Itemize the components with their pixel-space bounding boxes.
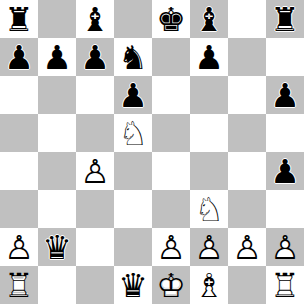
square-b8[interactable] (38, 0, 76, 38)
piece-black-rook-icon: ♜ (4, 3, 34, 36)
square-b6[interactable] (38, 76, 76, 114)
piece-white-rook-icon: ♜♖ (4, 269, 34, 302)
piece-white-pawn-icon: ♟♙ (80, 155, 110, 188)
piece-outline-layer: ♙ (4, 228, 34, 267)
square-a8[interactable]: ♜ (0, 0, 38, 38)
piece-outline-layer: ♙ (156, 228, 186, 267)
square-d8[interactable] (114, 0, 152, 38)
piece-black-pawn-icon: ♟ (118, 79, 148, 112)
square-d3[interactable] (114, 190, 152, 228)
square-g7[interactable] (228, 38, 266, 76)
square-a2[interactable]: ♟♙ (0, 228, 38, 266)
square-g4[interactable] (228, 152, 266, 190)
piece-black-king-icon: ♚ (156, 3, 186, 36)
square-f5[interactable] (190, 114, 228, 152)
square-f2[interactable]: ♟♙ (190, 228, 228, 266)
square-h1[interactable]: ♜♖ (266, 266, 304, 304)
square-e3[interactable] (152, 190, 190, 228)
piece-outline-layer: ♙ (80, 152, 110, 191)
piece-white-pawn-icon: ♟♙ (4, 231, 34, 264)
square-c4[interactable]: ♟♙ (76, 152, 114, 190)
piece-outline-layer: ♘ (118, 114, 148, 153)
square-g2[interactable]: ♟♙ (228, 228, 266, 266)
square-b7[interactable]: ♟ (38, 38, 76, 76)
square-h6[interactable]: ♟ (266, 76, 304, 114)
square-e6[interactable] (152, 76, 190, 114)
square-b3[interactable] (38, 190, 76, 228)
square-h3[interactable] (266, 190, 304, 228)
piece-white-pawn-icon: ♟♙ (232, 231, 262, 264)
piece-outline-layer: ♖ (4, 266, 34, 304)
square-h8[interactable]: ♜ (266, 0, 304, 38)
square-h2[interactable]: ♟♙ (266, 228, 304, 266)
square-c5[interactable] (76, 114, 114, 152)
square-e1[interactable]: ♚♔ (152, 266, 190, 304)
piece-black-rook-icon: ♜ (270, 3, 300, 36)
square-g8[interactable] (228, 0, 266, 38)
square-e8[interactable]: ♚ (152, 0, 190, 38)
square-b1[interactable] (38, 266, 76, 304)
piece-white-pawn-icon: ♟♙ (270, 231, 300, 264)
piece-black-pawn-icon: ♟ (270, 155, 300, 188)
piece-white-pawn-icon: ♟♙ (156, 231, 186, 264)
square-g1[interactable] (228, 266, 266, 304)
square-d6[interactable]: ♟ (114, 76, 152, 114)
piece-black-pawn-icon: ♟ (270, 79, 300, 112)
piece-outline-layer: ♙ (194, 228, 224, 267)
square-c1[interactable] (76, 266, 114, 304)
square-d1[interactable]: ♛ (114, 266, 152, 304)
piece-black-bishop-icon: ♝ (194, 3, 224, 36)
square-g3[interactable] (228, 190, 266, 228)
square-c7[interactable]: ♟ (76, 38, 114, 76)
piece-outline-layer: ♔ (156, 266, 186, 304)
piece-black-pawn-icon: ♟ (194, 41, 224, 74)
piece-black-bishop-icon: ♝ (80, 3, 110, 36)
piece-outline-layer: ♗ (194, 266, 224, 304)
piece-outline-layer: ♖ (270, 266, 300, 304)
square-c6[interactable] (76, 76, 114, 114)
square-f3[interactable]: ♞♘ (190, 190, 228, 228)
piece-outline-layer: ♘ (194, 190, 224, 229)
piece-black-pawn-icon: ♟ (4, 41, 34, 74)
square-a4[interactable] (0, 152, 38, 190)
square-a1[interactable]: ♜♖ (0, 266, 38, 304)
piece-white-rook-icon: ♜♖ (270, 269, 300, 302)
square-a3[interactable] (0, 190, 38, 228)
square-d7[interactable]: ♞ (114, 38, 152, 76)
square-h7[interactable] (266, 38, 304, 76)
square-a6[interactable] (0, 76, 38, 114)
piece-black-pawn-icon: ♟ (80, 41, 110, 74)
square-g5[interactable] (228, 114, 266, 152)
square-c2[interactable] (76, 228, 114, 266)
square-e7[interactable] (152, 38, 190, 76)
chess-board-wrapper: ♜♝♚♝♜♟♟♟♞♟♟♟♞♘♟♙♟♞♘♟♙♛♟♙♟♙♟♙♟♙♜♖♛♚♔♝♗♜♖ (0, 0, 304, 304)
square-e4[interactable] (152, 152, 190, 190)
square-h4[interactable]: ♟ (266, 152, 304, 190)
piece-black-pawn-icon: ♟ (42, 41, 72, 74)
square-f8[interactable]: ♝ (190, 0, 228, 38)
square-f7[interactable]: ♟ (190, 38, 228, 76)
square-c3[interactable] (76, 190, 114, 228)
piece-white-king-icon: ♚♔ (156, 269, 186, 302)
square-e2[interactable]: ♟♙ (152, 228, 190, 266)
square-a5[interactable] (0, 114, 38, 152)
square-b2[interactable]: ♛ (38, 228, 76, 266)
square-h5[interactable] (266, 114, 304, 152)
piece-black-knight-icon: ♞ (118, 41, 148, 74)
piece-outline-layer: ♙ (232, 228, 262, 267)
piece-outline-layer: ♙ (270, 228, 300, 267)
piece-black-queen-icon: ♛ (42, 231, 72, 264)
piece-white-bishop-icon: ♝♗ (194, 269, 224, 302)
square-a7[interactable]: ♟ (0, 38, 38, 76)
square-b4[interactable] (38, 152, 76, 190)
square-f6[interactable] (190, 76, 228, 114)
square-f1[interactable]: ♝♗ (190, 266, 228, 304)
square-d2[interactable] (114, 228, 152, 266)
square-e5[interactable] (152, 114, 190, 152)
square-d4[interactable] (114, 152, 152, 190)
chess-board: ♜♝♚♝♜♟♟♟♞♟♟♟♞♘♟♙♟♞♘♟♙♛♟♙♟♙♟♙♟♙♜♖♛♚♔♝♗♜♖ (0, 0, 304, 304)
square-c8[interactable]: ♝ (76, 0, 114, 38)
square-g6[interactable] (228, 76, 266, 114)
piece-black-queen-icon: ♛ (118, 269, 148, 302)
square-b5[interactable] (38, 114, 76, 152)
piece-white-knight-icon: ♞♘ (194, 193, 224, 226)
piece-white-pawn-icon: ♟♙ (194, 231, 224, 264)
square-f4[interactable] (190, 152, 228, 190)
piece-white-knight-icon: ♞♘ (118, 117, 148, 150)
square-d5[interactable]: ♞♘ (114, 114, 152, 152)
